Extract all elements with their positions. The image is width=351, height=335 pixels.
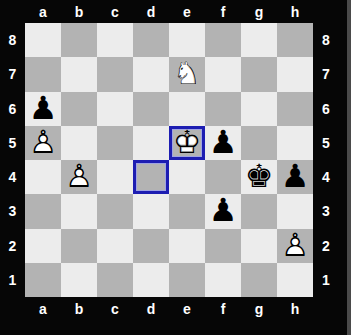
square-b2[interactable] — [61, 229, 97, 263]
square-e1[interactable] — [169, 263, 205, 297]
rank-label-left-6: 6 — [0, 92, 25, 126]
square-e8[interactable] — [169, 23, 205, 57]
square-h3[interactable] — [277, 194, 313, 228]
black-pawn-fill-glyph: ♟ — [29, 92, 58, 124]
square-b3[interactable] — [61, 194, 97, 228]
square-a4[interactable] — [25, 160, 61, 194]
white-pawn[interactable]: ♟♙ — [25, 126, 61, 160]
black-king-fill-glyph: ♚ — [245, 160, 274, 192]
white-king-outline-glyph: ♔ — [173, 126, 202, 158]
rank-label-left-7: 7 — [0, 57, 25, 91]
window-edge-strip — [347, 0, 351, 335]
white-pawn-outline-glyph: ♙ — [65, 160, 94, 192]
white-pawn-outline-glyph: ♙ — [281, 229, 310, 261]
square-c5[interactable] — [97, 126, 133, 160]
square-c2[interactable] — [97, 229, 133, 263]
file-label-bottom-h: h — [277, 297, 313, 321]
file-label-top-f: f — [205, 0, 241, 23]
white-knight-outline-glyph: ♘ — [173, 58, 202, 90]
white-knight[interactable]: ♞♘ — [169, 57, 205, 91]
square-a7[interactable] — [25, 57, 61, 91]
file-labels-top: abcdefgh — [25, 0, 313, 23]
file-label-bottom-f: f — [205, 297, 241, 321]
square-d6[interactable] — [133, 92, 169, 126]
square-c4[interactable] — [97, 160, 133, 194]
square-a8[interactable] — [25, 23, 61, 57]
square-a6[interactable]: ♟ — [25, 92, 61, 126]
rank-label-right-8: 8 — [313, 23, 339, 57]
square-g1[interactable] — [241, 263, 277, 297]
square-g7[interactable] — [241, 57, 277, 91]
file-labels-bottom: abcdefgh — [25, 297, 313, 321]
square-d8[interactable] — [133, 23, 169, 57]
square-b4[interactable]: ♟♙ — [61, 160, 97, 194]
square-h4[interactable]: ♟ — [277, 160, 313, 194]
square-b5[interactable] — [61, 126, 97, 160]
square-b6[interactable] — [61, 92, 97, 126]
rank-label-right-2: 2 — [313, 229, 339, 263]
square-d4[interactable] — [133, 160, 169, 194]
square-a3[interactable] — [25, 194, 61, 228]
rank-label-left-3: 3 — [0, 194, 25, 228]
file-label-top-d: d — [133, 0, 169, 23]
file-label-top-c: c — [97, 0, 133, 23]
square-h5[interactable] — [277, 126, 313, 160]
square-h2[interactable]: ♟♙ — [277, 229, 313, 263]
square-f8[interactable] — [205, 23, 241, 57]
square-b7[interactable] — [61, 57, 97, 91]
square-f4[interactable] — [205, 160, 241, 194]
square-g8[interactable] — [241, 23, 277, 57]
file-label-top-b: b — [61, 0, 97, 23]
square-a1[interactable] — [25, 263, 61, 297]
square-a5[interactable]: ♟♙ — [25, 126, 61, 160]
rank-label-right-4: 4 — [313, 160, 339, 194]
rank-label-right-7: 7 — [313, 57, 339, 91]
file-label-top-e: e — [169, 0, 205, 23]
black-pawn[interactable]: ♟ — [277, 160, 313, 194]
rank-label-left-5: 5 — [0, 126, 25, 160]
rank-label-right-3: 3 — [313, 194, 339, 228]
square-f7[interactable] — [205, 57, 241, 91]
file-label-top-h: h — [277, 0, 313, 23]
white-king[interactable]: ♚♔ — [169, 126, 205, 160]
black-pawn-fill-glyph: ♟ — [209, 195, 238, 227]
black-king[interactable]: ♚ — [241, 160, 277, 194]
square-b8[interactable] — [61, 23, 97, 57]
rank-label-right-1: 1 — [313, 263, 339, 297]
square-d1[interactable] — [133, 263, 169, 297]
file-label-bottom-b: b — [61, 297, 97, 321]
square-d2[interactable] — [133, 229, 169, 263]
square-d7[interactable] — [133, 57, 169, 91]
square-a2[interactable] — [25, 229, 61, 263]
square-c7[interactable] — [97, 57, 133, 91]
black-pawn[interactable]: ♟ — [25, 92, 61, 126]
square-g5[interactable] — [241, 126, 277, 160]
rank-label-right-6: 6 — [313, 92, 339, 126]
square-g4[interactable]: ♚ — [241, 160, 277, 194]
chess-board-window: abcdefgh 87654321 ♞♘♟♟♙♚♔♟♟♙♚♟♟♟♙ 876543… — [0, 0, 351, 335]
square-f1[interactable] — [205, 263, 241, 297]
square-h6[interactable] — [277, 92, 313, 126]
square-e2[interactable] — [169, 229, 205, 263]
square-g3[interactable] — [241, 194, 277, 228]
rank-labels-left: 87654321 — [0, 23, 25, 297]
rank-label-left-8: 8 — [0, 23, 25, 57]
square-f2[interactable] — [205, 229, 241, 263]
rank-label-right-5: 5 — [313, 126, 339, 160]
square-e4[interactable] — [169, 160, 205, 194]
file-label-bottom-g: g — [241, 297, 277, 321]
square-d3[interactable] — [133, 194, 169, 228]
square-e3[interactable] — [169, 194, 205, 228]
white-pawn-outline-glyph: ♙ — [29, 126, 58, 158]
square-c3[interactable] — [97, 194, 133, 228]
square-f3[interactable]: ♟ — [205, 194, 241, 228]
white-pawn[interactable]: ♟♙ — [277, 229, 313, 263]
square-c8[interactable] — [97, 23, 133, 57]
square-e5[interactable]: ♚♔ — [169, 126, 205, 160]
rank-label-left-2: 2 — [0, 229, 25, 263]
square-d5[interactable] — [133, 126, 169, 160]
square-c6[interactable] — [97, 92, 133, 126]
square-e6[interactable] — [169, 92, 205, 126]
square-b1[interactable] — [61, 263, 97, 297]
black-pawn[interactable]: ♟ — [205, 126, 241, 160]
square-f6[interactable] — [205, 92, 241, 126]
rank-label-left-1: 1 — [0, 263, 25, 297]
square-g6[interactable] — [241, 92, 277, 126]
rank-label-left-4: 4 — [0, 160, 25, 194]
chess-board: ♞♘♟♟♙♚♔♟♟♙♚♟♟♟♙ — [25, 23, 313, 297]
file-label-top-g: g — [241, 0, 277, 23]
square-h1[interactable] — [277, 263, 313, 297]
square-h8[interactable] — [277, 23, 313, 57]
black-pawn[interactable]: ♟ — [205, 194, 241, 228]
square-h7[interactable] — [277, 57, 313, 91]
file-label-bottom-d: d — [133, 297, 169, 321]
rank-labels-right: 87654321 — [313, 23, 339, 297]
file-label-bottom-c: c — [97, 297, 133, 321]
square-e7[interactable]: ♞♘ — [169, 57, 205, 91]
black-pawn-fill-glyph: ♟ — [209, 126, 238, 158]
file-label-bottom-e: e — [169, 297, 205, 321]
file-label-bottom-a: a — [25, 297, 61, 321]
black-pawn-fill-glyph: ♟ — [281, 160, 310, 192]
white-pawn[interactable]: ♟♙ — [61, 160, 97, 194]
square-g2[interactable] — [241, 229, 277, 263]
square-c1[interactable] — [97, 263, 133, 297]
file-label-top-a: a — [25, 0, 61, 23]
square-f5[interactable]: ♟ — [205, 126, 241, 160]
